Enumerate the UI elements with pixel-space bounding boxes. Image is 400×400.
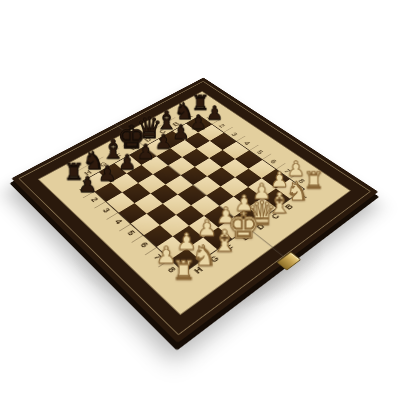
knight-glyph: ♞	[192, 242, 217, 270]
rook-glyph: ♜	[172, 258, 196, 284]
chess-set-scene: 12345678 12345678 ABCDEFGH ABCDEFGH ♜♞♝♛…	[0, 0, 400, 400]
pawn-glyph: ♟	[78, 175, 97, 196]
